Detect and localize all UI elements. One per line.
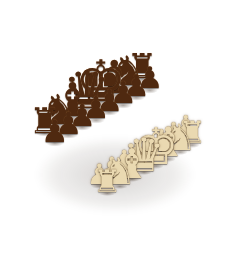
piece-shadow (105, 92, 123, 99)
piece-black-pawn: ♟ (109, 78, 136, 108)
frame-ornament-rosette (143, 57, 153, 65)
square-e8 (90, 93, 113, 111)
piece-shadow (119, 84, 137, 91)
frame-inlay-strip (164, 90, 178, 106)
frame-ornament-ring (130, 67, 136, 72)
frame-ornament-ring (167, 87, 172, 91)
piece-shadow (128, 94, 146, 100)
square-h7 (140, 80, 161, 98)
piece-black-king: ♚ (75, 53, 126, 110)
piece-black-pawn: ♟ (123, 71, 150, 101)
frame-ornament-ring (177, 102, 182, 106)
piece-shadow (141, 87, 159, 93)
piece-black-queen: ♛ (63, 64, 110, 116)
frame-ornament-ring (155, 71, 160, 75)
square-h6 (148, 91, 169, 108)
piece-black-rook: ♜ (126, 49, 157, 83)
frame-ornament-ring (79, 96, 85, 101)
product-photo: ♜♞♝♛♚♝♞♜♟♟♟♟♟♟♟♟♟♟♟♟♟♟♟♟♜♞♝♛♚♝♞♜ (0, 0, 230, 260)
square-g7 (127, 88, 149, 106)
frame-ornament-ring (101, 83, 107, 88)
frame-inlay-strip (105, 76, 128, 90)
square-f8 (104, 85, 126, 103)
frame-ornament-ring (90, 90, 96, 95)
piece-black-bishop: ♝ (94, 55, 135, 101)
piece-black-pawn: ♟ (136, 63, 163, 93)
square-h8 (132, 70, 154, 88)
square-g8 (118, 77, 140, 95)
piece-shadow (133, 76, 151, 83)
frame-ornament-ring (161, 79, 166, 83)
piece-black-knight: ♞ (110, 51, 147, 92)
piece-shadow (114, 102, 132, 108)
board-cast-shadow (0, 110, 230, 235)
frame-ornament-ring (119, 73, 125, 78)
piece-shadow (91, 99, 109, 106)
